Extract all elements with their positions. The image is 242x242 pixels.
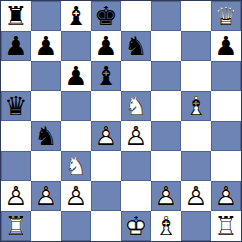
square-g3[interactable] [181, 151, 211, 181]
white-rook-outline: ♖ [211, 211, 241, 241]
square-d7[interactable]: ♟ [91, 31, 121, 61]
square-b5[interactable] [31, 91, 61, 121]
white-rook-outline: ♖ [1, 211, 31, 241]
black-pawn-glyph: ♟ [211, 31, 241, 61]
square-e3[interactable] [121, 151, 151, 181]
square-h8[interactable]: ♛♕ [211, 1, 241, 31]
square-h5[interactable] [211, 91, 241, 121]
square-g8[interactable] [181, 1, 211, 31]
square-f5[interactable] [151, 91, 181, 121]
white-pawn-outline: ♙ [61, 181, 91, 211]
piece-white-rook[interactable]: ♜♖ [211, 211, 241, 241]
black-rook-glyph: ♜ [1, 1, 31, 31]
black-bishop-glyph: ♝ [61, 1, 91, 31]
square-a3[interactable] [1, 151, 31, 181]
square-e1[interactable]: ♚♔ [121, 211, 151, 241]
piece-black-rook[interactable]: ♜ [1, 1, 31, 31]
piece-black-pawn[interactable]: ♟ [31, 31, 61, 61]
white-knight-fill: ♞ [121, 91, 151, 121]
white-king-fill: ♚ [121, 211, 151, 241]
square-d1[interactable] [91, 211, 121, 241]
white-bishop-outline: ♗ [181, 91, 211, 121]
piece-white-rook[interactable]: ♜♖ [1, 211, 31, 241]
black-pawn-glyph: ♟ [31, 31, 61, 61]
chess-board: ♜♝♚♛♕♟♟♟♞♟♟♝♛♞♘♝♗♞♟♙♟♙♞♘♟♙♟♙♟♙♟♙♟♙♟♙♜♖♚♔… [0, 0, 242, 242]
white-pawn-fill: ♟ [211, 181, 241, 211]
white-pawn-outline: ♙ [121, 121, 151, 151]
white-pawn-outline: ♙ [211, 181, 241, 211]
black-pawn-glyph: ♟ [61, 61, 91, 91]
white-pawn-outline: ♙ [31, 181, 61, 211]
black-king-glyph: ♚ [91, 1, 121, 31]
white-pawn-outline: ♙ [91, 121, 121, 151]
piece-white-king[interactable]: ♚♔ [121, 211, 151, 241]
white-rook-fill: ♜ [211, 211, 241, 241]
piece-black-bishop[interactable]: ♝ [61, 1, 91, 31]
square-h4[interactable] [211, 121, 241, 151]
square-d2[interactable] [91, 181, 121, 211]
square-a2[interactable]: ♟♙ [1, 181, 31, 211]
square-e7[interactable]: ♞ [121, 31, 151, 61]
white-queen-outline: ♕ [211, 1, 241, 31]
square-g2[interactable]: ♟♙ [181, 181, 211, 211]
square-a6[interactable] [1, 61, 31, 91]
square-h6[interactable] [211, 61, 241, 91]
piece-black-pawn[interactable]: ♟ [61, 61, 91, 91]
piece-white-pawn[interactable]: ♟♙ [31, 181, 61, 211]
square-a1[interactable]: ♜♖ [1, 211, 31, 241]
piece-black-knight[interactable]: ♞ [121, 31, 151, 61]
black-pawn-glyph: ♟ [1, 31, 31, 61]
white-rook-fill: ♜ [1, 211, 31, 241]
square-h1[interactable]: ♜♖ [211, 211, 241, 241]
square-c6[interactable]: ♟ [61, 61, 91, 91]
square-h3[interactable] [211, 151, 241, 181]
square-b3[interactable] [31, 151, 61, 181]
piece-white-knight[interactable]: ♞♘ [121, 91, 151, 121]
piece-black-knight[interactable]: ♞ [31, 121, 61, 151]
square-e2[interactable] [121, 181, 151, 211]
white-pawn-fill: ♟ [61, 181, 91, 211]
square-e6[interactable] [121, 61, 151, 91]
black-knight-glyph: ♞ [31, 121, 61, 151]
square-g7[interactable] [181, 31, 211, 61]
square-b2[interactable]: ♟♙ [31, 181, 61, 211]
square-f3[interactable] [151, 151, 181, 181]
square-b1[interactable] [31, 211, 61, 241]
square-c3[interactable]: ♞♘ [61, 151, 91, 181]
white-pawn-fill: ♟ [31, 181, 61, 211]
piece-black-bishop[interactable]: ♝ [91, 61, 121, 91]
square-d6[interactable]: ♝ [91, 61, 121, 91]
white-pawn-outline: ♙ [151, 181, 181, 211]
square-g5[interactable]: ♝♗ [181, 91, 211, 121]
white-pawn-fill: ♟ [1, 181, 31, 211]
white-knight-outline: ♘ [61, 151, 91, 181]
black-knight-glyph: ♞ [121, 31, 151, 61]
white-pawn-fill: ♟ [91, 121, 121, 151]
square-a7[interactable]: ♟ [1, 31, 31, 61]
square-g6[interactable] [181, 61, 211, 91]
square-c7[interactable] [61, 31, 91, 61]
square-e5[interactable]: ♞♘ [121, 91, 151, 121]
square-a5[interactable]: ♛ [1, 91, 31, 121]
white-pawn-outline: ♙ [181, 181, 211, 211]
square-f8[interactable] [151, 1, 181, 31]
piece-black-queen[interactable]: ♛ [1, 91, 31, 121]
square-e4[interactable]: ♟♙ [121, 121, 151, 151]
piece-white-pawn[interactable]: ♟♙ [1, 181, 31, 211]
white-pawn-fill: ♟ [181, 181, 211, 211]
square-h2[interactable]: ♟♙ [211, 181, 241, 211]
piece-white-pawn[interactable]: ♟♙ [91, 121, 121, 151]
square-a4[interactable] [1, 121, 31, 151]
white-bishop-outline: ♗ [151, 211, 181, 241]
square-c1[interactable] [61, 211, 91, 241]
piece-white-pawn[interactable]: ♟♙ [151, 181, 181, 211]
square-c8[interactable]: ♝ [61, 1, 91, 31]
square-f4[interactable] [151, 121, 181, 151]
square-f7[interactable] [151, 31, 181, 61]
square-c2[interactable]: ♟♙ [61, 181, 91, 211]
piece-black-pawn[interactable]: ♟ [91, 31, 121, 61]
white-pawn-fill: ♟ [121, 121, 151, 151]
piece-white-pawn[interactable]: ♟♙ [211, 181, 241, 211]
square-e8[interactable] [121, 1, 151, 31]
piece-white-bishop[interactable]: ♝♗ [151, 211, 181, 241]
white-knight-fill: ♞ [61, 151, 91, 181]
black-queen-glyph: ♛ [1, 91, 31, 121]
square-g4[interactable] [181, 121, 211, 151]
square-c5[interactable] [61, 91, 91, 121]
square-a8[interactable]: ♜ [1, 1, 31, 31]
black-bishop-glyph: ♝ [91, 61, 121, 91]
square-f6[interactable] [151, 61, 181, 91]
square-b6[interactable] [31, 61, 61, 91]
square-f1[interactable]: ♝♗ [151, 211, 181, 241]
white-knight-outline: ♘ [121, 91, 151, 121]
square-d5[interactable] [91, 91, 121, 121]
black-pawn-glyph: ♟ [91, 31, 121, 61]
square-d8[interactable]: ♚ [91, 1, 121, 31]
square-f2[interactable]: ♟♙ [151, 181, 181, 211]
square-d3[interactable] [91, 151, 121, 181]
white-pawn-fill: ♟ [151, 181, 181, 211]
white-queen-fill: ♛ [211, 1, 241, 31]
white-bishop-fill: ♝ [181, 91, 211, 121]
square-b4[interactable]: ♞ [31, 121, 61, 151]
piece-black-pawn[interactable]: ♟ [211, 31, 241, 61]
square-g1[interactable] [181, 211, 211, 241]
piece-white-knight[interactable]: ♞♘ [61, 151, 91, 181]
white-bishop-fill: ♝ [151, 211, 181, 241]
square-b7[interactable]: ♟ [31, 31, 61, 61]
white-pawn-outline: ♙ [1, 181, 31, 211]
square-d4[interactable]: ♟♙ [91, 121, 121, 151]
square-h7[interactable]: ♟ [211, 31, 241, 61]
piece-black-pawn[interactable]: ♟ [1, 31, 31, 61]
piece-white-pawn[interactable]: ♟♙ [181, 181, 211, 211]
piece-black-king[interactable]: ♚ [91, 1, 121, 31]
square-b8[interactable] [31, 1, 61, 31]
piece-white-pawn[interactable]: ♟♙ [61, 181, 91, 211]
square-c4[interactable] [61, 121, 91, 151]
piece-white-pawn[interactable]: ♟♙ [121, 121, 151, 151]
piece-white-queen[interactable]: ♛♕ [211, 1, 241, 31]
piece-white-bishop[interactable]: ♝♗ [181, 91, 211, 121]
white-king-outline: ♔ [121, 211, 151, 241]
